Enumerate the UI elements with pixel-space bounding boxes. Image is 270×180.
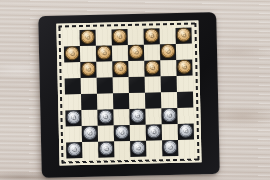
gold-checker[interactable]	[113, 61, 127, 75]
gold-checker[interactable]	[161, 44, 175, 58]
square-light-r5c1[interactable]	[65, 94, 81, 110]
square-18[interactable]	[113, 93, 129, 109]
gold-checker[interactable]	[144, 28, 158, 42]
square-7[interactable]	[128, 45, 144, 61]
silver-checker[interactable]	[99, 141, 113, 155]
square-light-r3c1[interactable]	[64, 62, 80, 78]
square-light-r3c3[interactable]	[96, 61, 112, 77]
square-light-r1c7[interactable]	[159, 28, 175, 44]
square-light-r4c8[interactable]	[177, 76, 193, 92]
square-light-r6c2[interactable]	[81, 110, 97, 126]
gold-checker[interactable]	[129, 45, 143, 59]
wooden-table-surface	[0, 0, 270, 180]
gold-checker[interactable]	[113, 29, 127, 43]
square-16[interactable]	[161, 76, 177, 92]
square-light-r4c4[interactable]	[113, 77, 129, 93]
gold-checker[interactable]	[81, 30, 95, 44]
square-light-r8c6[interactable]	[146, 140, 162, 156]
square-28[interactable]	[178, 124, 194, 140]
square-light-r1c1[interactable]	[64, 30, 80, 46]
square-light-r7c5[interactable]	[130, 125, 146, 141]
square-light-r1c3[interactable]	[96, 29, 112, 45]
square-light-r2c6[interactable]	[144, 44, 160, 60]
square-25[interactable]	[82, 126, 98, 142]
silver-checker[interactable]	[162, 108, 176, 122]
silver-checker[interactable]	[66, 110, 80, 124]
square-light-r4c2[interactable]	[81, 78, 97, 94]
square-light-r1c5[interactable]	[128, 29, 144, 45]
gold-checker[interactable]	[177, 60, 191, 74]
square-21[interactable]	[65, 110, 81, 126]
square-27[interactable]	[146, 124, 162, 140]
silver-checker[interactable]	[131, 141, 145, 155]
silver-checker[interactable]	[163, 140, 177, 154]
silver-checker[interactable]	[147, 124, 161, 138]
square-12[interactable]	[176, 60, 192, 76]
silver-checker[interactable]	[98, 109, 112, 123]
square-1[interactable]	[80, 30, 96, 46]
square-10[interactable]	[112, 61, 128, 77]
square-light-r3c5[interactable]	[128, 61, 144, 77]
silver-checker[interactable]	[67, 142, 81, 156]
gold-checker[interactable]	[81, 62, 95, 76]
square-26[interactable]	[114, 125, 130, 141]
silver-checker[interactable]	[130, 109, 144, 123]
square-light-r7c7[interactable]	[162, 124, 178, 140]
square-5[interactable]	[64, 46, 80, 62]
square-light-r5c5[interactable]	[129, 93, 145, 109]
square-light-r8c4[interactable]	[114, 141, 130, 157]
square-22[interactable]	[97, 109, 113, 125]
square-4[interactable]	[175, 28, 191, 44]
board-grid	[64, 28, 195, 159]
square-11[interactable]	[144, 60, 160, 76]
silver-checker[interactable]	[83, 126, 97, 140]
square-light-r8c8[interactable]	[178, 140, 194, 156]
square-light-r6c6[interactable]	[145, 108, 161, 124]
gold-checker[interactable]	[97, 45, 111, 59]
square-14[interactable]	[97, 77, 113, 93]
square-6[interactable]	[96, 45, 112, 61]
square-9[interactable]	[80, 62, 96, 78]
square-19[interactable]	[145, 92, 161, 108]
square-31[interactable]	[130, 141, 146, 157]
dashed-inlay-border-left	[58, 26, 63, 164]
playing-field	[56, 20, 201, 165]
square-light-r2c4[interactable]	[112, 45, 128, 61]
square-light-r8c2[interactable]	[82, 142, 98, 158]
square-light-r5c3[interactable]	[97, 93, 113, 109]
square-light-r5c7[interactable]	[161, 92, 177, 108]
square-light-r2c8[interactable]	[176, 44, 192, 60]
square-17[interactable]	[81, 94, 97, 110]
square-light-r4c6[interactable]	[145, 76, 161, 92]
silver-checker[interactable]	[115, 125, 129, 139]
square-8[interactable]	[160, 44, 176, 60]
square-light-r6c4[interactable]	[113, 109, 129, 125]
square-23[interactable]	[129, 109, 145, 125]
square-light-r6c8[interactable]	[177, 108, 193, 124]
checkers-board	[38, 12, 220, 178]
square-light-r3c7[interactable]	[160, 60, 176, 76]
square-15[interactable]	[129, 77, 145, 93]
square-30[interactable]	[98, 141, 114, 157]
square-20[interactable]	[177, 92, 193, 108]
square-13[interactable]	[65, 78, 81, 94]
square-29[interactable]	[66, 142, 82, 158]
square-24[interactable]	[161, 108, 177, 124]
square-light-r7c3[interactable]	[98, 125, 114, 141]
silver-checker[interactable]	[179, 124, 193, 138]
square-light-r2c2[interactable]	[80, 46, 96, 62]
square-2[interactable]	[112, 29, 128, 45]
gold-checker[interactable]	[65, 46, 79, 60]
square-3[interactable]	[143, 28, 159, 44]
square-light-r7c1[interactable]	[66, 126, 82, 142]
square-32[interactable]	[162, 140, 178, 156]
dashed-inlay-border-bottom	[61, 158, 199, 163]
dashed-inlay-border-top	[58, 22, 196, 27]
dashed-inlay-border-right	[194, 22, 199, 160]
gold-checker[interactable]	[145, 60, 159, 74]
gold-checker[interactable]	[176, 28, 190, 42]
